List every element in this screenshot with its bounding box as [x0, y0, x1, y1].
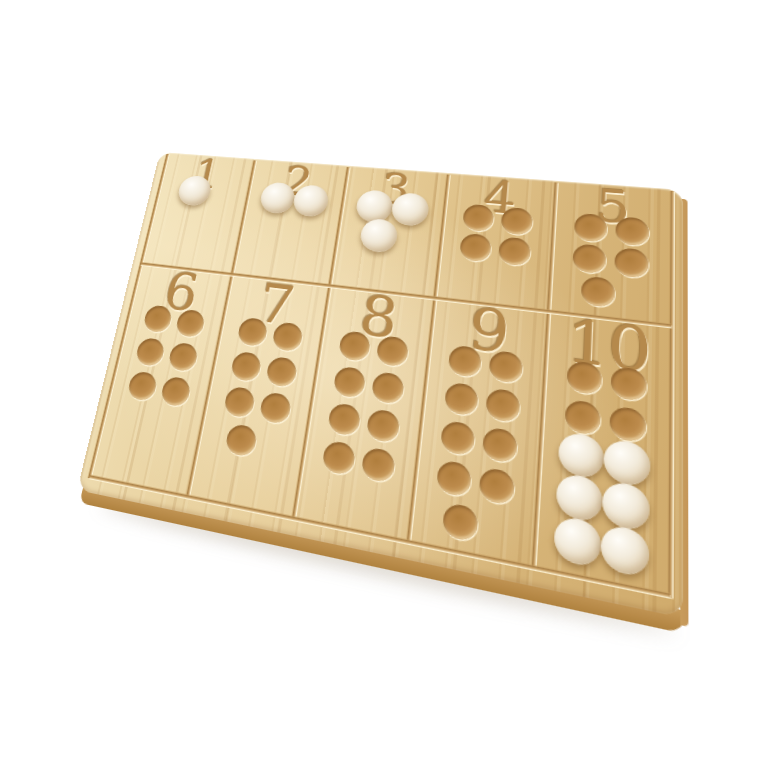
counting-board: 12345678910 [77, 152, 683, 618]
cell-9-hole-7[interactable] [436, 459, 472, 497]
cell-4-hole-4[interactable] [498, 236, 531, 266]
cell-6-hole-4[interactable] [167, 342, 199, 373]
cell-10-hole-3[interactable] [564, 399, 600, 436]
cell-9-hole-2[interactable] [488, 350, 523, 384]
cell-8-hole-6[interactable] [366, 408, 401, 444]
cell-7-hole-7[interactable] [224, 423, 258, 458]
cell-10-ball-7[interactable] [555, 472, 603, 523]
cell-9-hole-8[interactable] [478, 467, 515, 506]
cell-10-ball-10[interactable] [600, 523, 649, 578]
cell-9-hole-5[interactable] [440, 420, 476, 457]
cell-9-hole-6[interactable] [482, 426, 518, 463]
cell-6-hole-3[interactable] [134, 337, 166, 367]
cell-5-hole-3[interactable] [572, 243, 606, 274]
cell-5-hole-2[interactable] [615, 216, 649, 246]
cell-10-ball-6[interactable] [603, 438, 651, 488]
cell-5-hole-4[interactable] [614, 247, 648, 279]
cell-8-hole-8[interactable] [361, 446, 396, 483]
cell-10-hole-4[interactable] [609, 405, 646, 443]
scene: 12345678910 [0, 0, 768, 768]
cells-layer: 12345678910 [77, 152, 683, 618]
cell-9-hole-4[interactable] [485, 387, 521, 423]
cell-9-hole-9[interactable] [442, 502, 479, 542]
cell-6-hole-5[interactable] [126, 370, 158, 402]
cell-7-hole-4[interactable] [265, 356, 298, 388]
cell-10-ball-8[interactable] [602, 480, 650, 532]
cell-8-hole-5[interactable] [327, 402, 361, 437]
cell-8-hole-3[interactable] [333, 365, 367, 398]
cell-7-hole-3[interactable] [230, 351, 263, 383]
cell-9-hole-3[interactable] [444, 382, 479, 417]
cell-8-hole-7[interactable] [321, 440, 356, 476]
cell-8-hole-2[interactable] [376, 335, 410, 368]
cell-7-hole-6[interactable] [259, 391, 293, 425]
cell-4-hole-2[interactable] [500, 207, 533, 236]
cell-6-hole-6[interactable] [160, 376, 193, 408]
cell-10-ball-9[interactable] [553, 515, 602, 569]
cell-8-hole-4[interactable] [371, 371, 405, 405]
cell-10-ball-5[interactable] [558, 431, 605, 480]
cell-4-hole-3[interactable] [459, 233, 492, 263]
cell-3-ball-3[interactable] [359, 218, 399, 254]
cell-7-hole-5[interactable] [223, 386, 256, 419]
cell-5-hole-5[interactable] [581, 276, 616, 308]
